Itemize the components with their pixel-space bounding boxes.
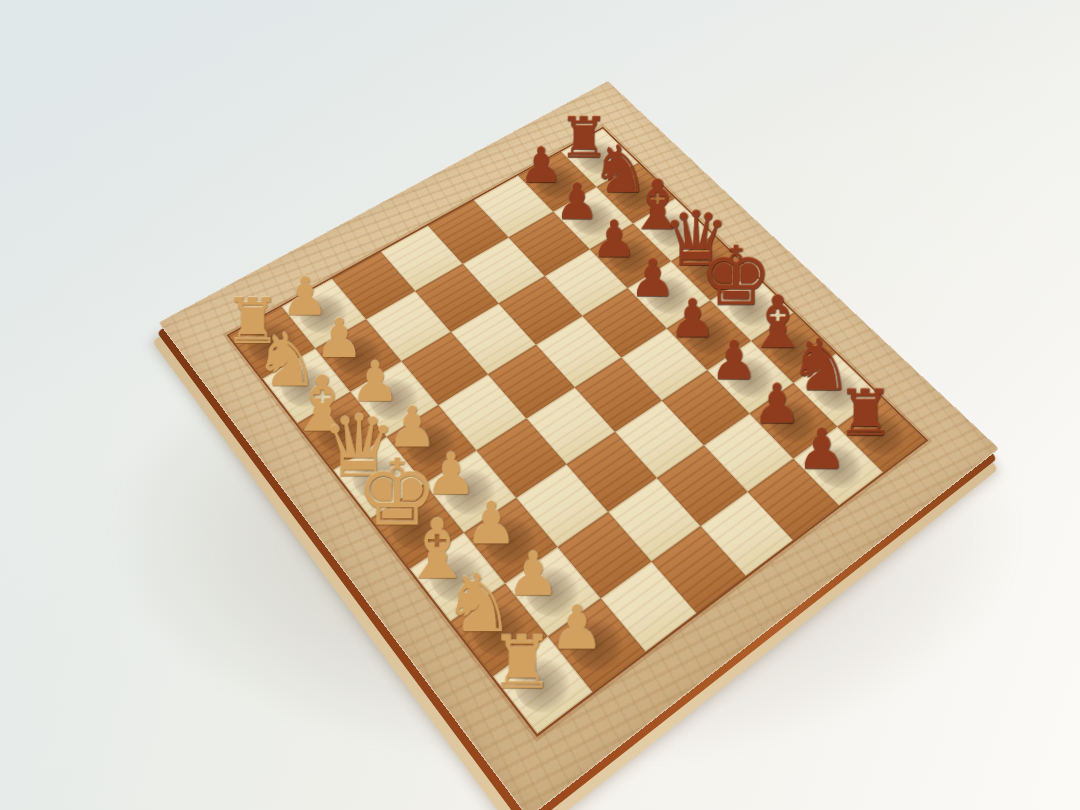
chess-board: ♜♞♝♛♚♝♞♜♟♟♟♟♟♟♟♟♟♟♟♟♟♟♟♟♜♞♝♛♚♝♞♜ (158, 81, 999, 810)
piece-black-pawn[interactable]: ♟ (752, 377, 801, 432)
board-frame: ♜♞♝♛♚♝♞♜♟♟♟♟♟♟♟♟♟♟♟♟♟♟♟♟♜♞♝♛♚♝♞♜ (158, 81, 999, 810)
piece-white-rook[interactable]: ♜ (490, 627, 555, 700)
square-h8[interactable]: ♜ (837, 396, 925, 472)
square-c4[interactable] (451, 303, 536, 374)
chess-scene: ♜♞♝♛♚♝♞♜♟♟♟♟♟♟♟♟♟♟♟♟♟♟♟♟♜♞♝♛♚♝♞♜ (0, 0, 1080, 810)
piece-black-pawn[interactable]: ♟ (797, 422, 847, 478)
piece-white-pawn[interactable]: ♟ (549, 598, 604, 659)
piece-black-pawn[interactable]: ♟ (710, 334, 758, 388)
board-squares: ♜♞♝♛♚♝♞♜♟♟♟♟♟♟♟♟♟♟♟♟♟♟♟♟♜♞♝♛♚♝♞♜ (227, 127, 929, 737)
